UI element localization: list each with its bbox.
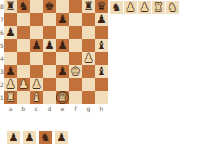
square-a1[interactable]: ♜ <box>4 91 17 104</box>
square-d3[interactable] <box>43 65 56 78</box>
square-f1[interactable] <box>69 91 82 104</box>
piece-white-rook-a1[interactable]: ♜ <box>5 92 15 104</box>
square-f3[interactable]: ♚ <box>69 65 82 78</box>
piece-black-king-d8[interactable]: ♚ <box>44 1 54 13</box>
piece-white-king-f3[interactable]: ♚ <box>70 66 80 78</box>
file-label-h: h <box>95 104 108 114</box>
square-a5[interactable] <box>4 39 17 52</box>
file-label-e: e <box>56 104 69 114</box>
square-c4[interactable] <box>30 52 43 65</box>
captured-tray-top-tile-2: ♟ <box>124 1 137 14</box>
captured-black-knight: ♞ <box>112 2 122 13</box>
square-h2[interactable] <box>95 78 108 91</box>
square-f2[interactable] <box>69 78 82 91</box>
file-label-a: a <box>4 104 17 114</box>
captured-white-pawn: ♟ <box>140 2 150 13</box>
captured-tray-top-tile-1: ♞ <box>110 1 123 14</box>
file-label-d: d <box>43 104 56 114</box>
piece-black-rook-a8[interactable]: ♜ <box>5 1 15 13</box>
captured-tray-bottom-tile-1: ♟ <box>7 131 20 144</box>
square-h7[interactable]: ♟ <box>95 13 108 26</box>
piece-black-pawn-d5[interactable]: ♟ <box>44 40 54 52</box>
square-h1[interactable] <box>95 91 108 104</box>
square-b7[interactable] <box>17 13 30 26</box>
piece-white-queen-e1[interactable]: ♛ <box>57 92 67 104</box>
piece-black-pawn-h7[interactable]: ♟ <box>96 14 106 26</box>
square-e1[interactable]: ♛ <box>56 91 69 104</box>
square-f8[interactable] <box>69 0 82 13</box>
captured-black-pawn: ♟ <box>9 132 19 143</box>
piece-white-pawn-b2[interactable]: ♟ <box>18 79 28 91</box>
square-b1[interactable] <box>17 91 30 104</box>
captured-white-knight: ♞ <box>168 2 178 13</box>
piece-white-bishop-c1[interactable]: ♝ <box>31 92 41 104</box>
piece-white-pawn-c2[interactable]: ♟ <box>31 79 41 91</box>
file-label-c: c <box>30 104 43 114</box>
square-c7[interactable] <box>30 13 43 26</box>
captured-black-pawn: ♟ <box>57 132 67 143</box>
square-f7[interactable] <box>69 13 82 26</box>
square-g8[interactable]: ♜ <box>82 0 95 13</box>
square-b4[interactable] <box>17 52 30 65</box>
piece-black-pawn-e3[interactable]: ♟ <box>57 66 67 78</box>
square-g7[interactable] <box>82 13 95 26</box>
captured-tray-top: ♞♟♟♜♞ <box>110 1 179 14</box>
captured-white-rook: ♜ <box>154 2 164 13</box>
square-d2[interactable] <box>43 78 56 91</box>
square-b2[interactable]: ♟ <box>17 78 30 91</box>
captured-tray-top-tile-3: ♟ <box>138 1 151 14</box>
captured-tray-bottom-tile-4: ♟ <box>55 131 68 144</box>
file-label-g: g <box>82 104 95 114</box>
captured-white-pawn: ♟ <box>126 2 136 13</box>
square-d1[interactable] <box>43 91 56 104</box>
square-e5[interactable]: ♟ <box>56 39 69 52</box>
square-f5[interactable] <box>69 39 82 52</box>
piece-black-pawn-c5[interactable]: ♟ <box>31 40 41 52</box>
square-a8[interactable]: ♜ <box>4 0 17 13</box>
square-g2[interactable] <box>82 78 95 91</box>
square-d5[interactable]: ♟ <box>43 39 56 52</box>
piece-white-pawn-g4[interactable]: ♟ <box>83 53 93 65</box>
captured-tray-top-tile-4: ♜ <box>152 1 165 14</box>
piece-black-pawn-a3[interactable]: ♟ <box>5 66 15 78</box>
square-d4[interactable] <box>43 52 56 65</box>
square-d8[interactable]: ♚ <box>43 0 56 13</box>
chess-board[interactable]: ♜♞♚♜♛♟♟♟♟♟♟♝♟♟♟♚♝♟♟♟♜♝♛ <box>4 0 108 104</box>
square-e7[interactable]: ♟ <box>56 13 69 26</box>
square-d7[interactable] <box>43 13 56 26</box>
square-e3[interactable]: ♟ <box>56 65 69 78</box>
square-c8[interactable] <box>30 0 43 13</box>
piece-white-pawn-a2[interactable]: ♟ <box>5 79 15 91</box>
piece-black-bishop-h3[interactable]: ♝ <box>96 66 106 78</box>
square-g6[interactable] <box>82 26 95 39</box>
square-b5[interactable] <box>17 39 30 52</box>
square-g1[interactable] <box>82 91 95 104</box>
square-b8[interactable]: ♞ <box>17 0 30 13</box>
square-h3[interactable]: ♝ <box>95 65 108 78</box>
piece-black-pawn-a6[interactable]: ♟ <box>5 27 15 39</box>
captured-tray-top-tile-5: ♞ <box>166 1 179 14</box>
captured-black-knight: ♞ <box>41 132 51 143</box>
piece-black-knight-b8[interactable]: ♞ <box>18 1 28 13</box>
piece-black-bishop-h5[interactable]: ♝ <box>96 40 106 52</box>
captured-tray-bottom-tile-2: ♟ <box>23 131 36 144</box>
file-label-f: f <box>69 104 82 114</box>
piece-black-queen-h8[interactable]: ♛ <box>96 1 106 13</box>
file-label-b: b <box>17 104 30 114</box>
file-labels: abcdefgh <box>4 104 108 114</box>
square-b6[interactable] <box>17 26 30 39</box>
captured-tray-bottom-tile-3: ♞ <box>39 131 52 144</box>
square-g3[interactable] <box>82 65 95 78</box>
captured-black-pawn: ♟ <box>25 132 35 143</box>
square-c5[interactable]: ♟ <box>30 39 43 52</box>
square-f6[interactable] <box>69 26 82 39</box>
piece-black-pawn-e5[interactable]: ♟ <box>57 40 67 52</box>
square-g4[interactable]: ♟ <box>82 52 95 65</box>
captured-tray-bottom: ♟♟♞♟ <box>7 131 68 144</box>
square-a6[interactable]: ♟ <box>4 26 17 39</box>
piece-black-rook-g8[interactable]: ♜ <box>83 1 93 13</box>
piece-black-pawn-e7[interactable]: ♟ <box>57 14 67 26</box>
square-h5[interactable]: ♝ <box>95 39 108 52</box>
square-c1[interactable]: ♝ <box>30 91 43 104</box>
